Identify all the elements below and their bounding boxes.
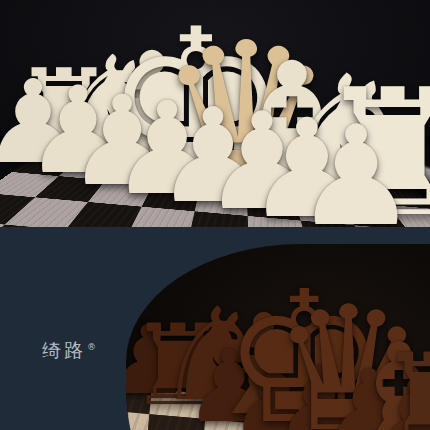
- chess-set-product-image: ♜♞♝♚♛♝♞♜♟♟♟♟♟♟♟♟ 绮路® ♟♜♞♟♝♟♚♟♛♟♝♟♜: [0, 0, 430, 430]
- walnut-army-inset-photo: ♟♜♞♟♝♟♚♟♛♟♝♟♜: [126, 244, 430, 430]
- cream-army-photo: ♜♞♝♚♛♝♞♜♟♟♟♟♟♟♟♟: [0, 0, 430, 227]
- walnut-rook-piece: ♜: [376, 337, 430, 430]
- cream-pawn-piece: ♟: [294, 108, 418, 227]
- brand-logo: 绮路®: [42, 341, 96, 360]
- registered-trademark-icon: ®: [87, 342, 96, 352]
- brand-name: 绮路: [42, 339, 86, 361]
